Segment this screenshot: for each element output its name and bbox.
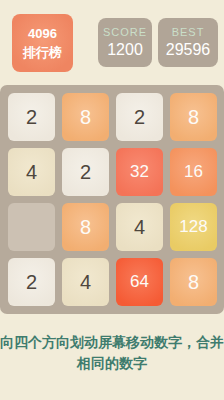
tile-8: 8 (170, 93, 217, 141)
tile-2: 2 (8, 258, 55, 306)
leaderboard-button-goal: 4096 (28, 24, 57, 43)
instruction-line-1: 向四个方向划动屏幕移动数字，合并 (0, 332, 224, 353)
score-label: SCORE (103, 25, 147, 40)
tile-2: 2 (8, 93, 55, 141)
tile-4: 4 (116, 203, 163, 251)
instruction-line-2: 相同的数字 (0, 353, 224, 374)
tile-2: 2 (62, 148, 109, 196)
best-box: BEST 29596 (158, 18, 218, 67)
tile-128: 128 (170, 203, 217, 251)
best-label: BEST (172, 25, 205, 40)
best-value: 29596 (166, 40, 211, 60)
score-box: SCORE 1200 (98, 18, 152, 67)
tile-64: 64 (116, 258, 163, 306)
tile-8: 8 (170, 258, 217, 306)
game-board[interactable]: 28284232168412824648 (0, 85, 224, 314)
tile-8: 8 (62, 93, 109, 141)
tile-32: 32 (116, 148, 163, 196)
instruction-text: 向四个方向划动屏幕移动数字，合并 相同的数字 (0, 332, 224, 374)
leaderboard-button-label: 排行榜 (23, 43, 62, 62)
tile-4: 4 (62, 258, 109, 306)
tile-16: 16 (170, 148, 217, 196)
tile-2: 2 (116, 93, 163, 141)
tile-4: 4 (8, 148, 55, 196)
empty-cell (8, 203, 55, 251)
tile-8: 8 (62, 203, 109, 251)
header: 4096 排行榜 SCORE 1200 BEST 29596 (0, 0, 224, 85)
score-value: 1200 (107, 40, 143, 60)
leaderboard-button[interactable]: 4096 排行榜 (12, 14, 73, 72)
